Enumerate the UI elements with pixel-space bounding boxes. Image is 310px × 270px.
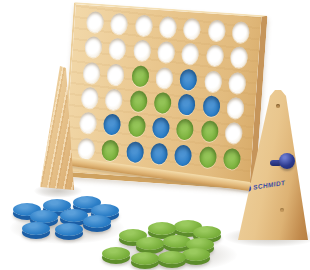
empty-hole <box>106 63 124 85</box>
empty-hole <box>77 137 95 159</box>
empty-hole <box>86 11 104 33</box>
green-disc <box>127 116 145 138</box>
cell-r1c5[interactable] <box>179 15 205 42</box>
green-disc[interactable] <box>158 251 186 264</box>
empty-hole <box>134 15 152 37</box>
cell-r5c5[interactable] <box>172 117 198 144</box>
green-disc <box>176 119 194 141</box>
empty-hole <box>183 18 201 40</box>
release-knob[interactable] <box>270 152 296 172</box>
green-disc[interactable] <box>102 247 130 260</box>
cell-r6c7[interactable] <box>219 145 245 172</box>
cell-r4c7[interactable] <box>223 95 249 122</box>
blue-disc <box>126 141 144 163</box>
empty-hole <box>80 87 98 109</box>
cell-r4c5[interactable] <box>174 91 200 118</box>
cell-r4c6[interactable] <box>198 93 224 120</box>
blue-disc <box>150 143 168 165</box>
cell-r1c4[interactable] <box>155 14 181 41</box>
empty-hole <box>227 97 245 119</box>
green-disc <box>131 65 149 87</box>
cell-r6c3[interactable] <box>122 138 148 165</box>
cell-r4c1[interactable] <box>76 84 102 111</box>
cell-r1c3[interactable] <box>131 12 157 39</box>
empty-hole <box>82 62 100 84</box>
cell-r4c4[interactable] <box>150 90 176 117</box>
empty-hole <box>228 72 246 94</box>
empty-hole <box>133 40 151 62</box>
empty-hole <box>230 47 248 69</box>
connect-four-scene: SCHMIDT <box>0 0 310 270</box>
cell-r2c5[interactable] <box>177 41 203 68</box>
green-disc <box>129 90 147 112</box>
empty-hole <box>207 20 225 42</box>
cell-r6c5[interactable] <box>170 142 196 169</box>
empty-hole <box>225 122 243 144</box>
board-grid <box>73 9 254 173</box>
empty-hole <box>110 13 128 35</box>
cell-r3c5[interactable] <box>176 66 202 93</box>
empty-hole <box>181 43 199 65</box>
empty-hole <box>157 41 175 63</box>
screw-icon <box>276 104 280 108</box>
blue-disc[interactable] <box>83 215 111 228</box>
green-disc[interactable] <box>182 248 210 261</box>
cell-r2c2[interactable] <box>104 36 130 63</box>
empty-hole <box>232 21 250 43</box>
empty-hole <box>159 16 177 38</box>
cell-r3c1[interactable] <box>78 59 104 86</box>
cell-r1c1[interactable] <box>82 9 108 36</box>
cell-r2c7[interactable] <box>226 44 252 71</box>
knob-bulb <box>279 153 295 169</box>
green-disc <box>153 92 171 114</box>
cell-r4c2[interactable] <box>101 86 127 113</box>
cell-r6c4[interactable] <box>146 140 172 167</box>
blue-disc <box>174 144 192 166</box>
cell-r6c2[interactable] <box>97 137 123 164</box>
empty-hole <box>108 38 126 60</box>
cell-r3c4[interactable] <box>151 64 177 91</box>
cell-r3c7[interactable] <box>224 69 250 96</box>
blue-disc <box>103 114 121 136</box>
empty-hole <box>206 45 224 67</box>
green-disc[interactable] <box>131 252 159 265</box>
cell-r3c6[interactable] <box>200 68 226 95</box>
empty-hole <box>105 89 123 111</box>
cell-r1c6[interactable] <box>204 17 230 44</box>
blue-disc <box>152 117 170 139</box>
cell-r5c3[interactable] <box>123 113 149 140</box>
cell-r5c2[interactable] <box>99 111 125 138</box>
cell-r6c6[interactable] <box>195 144 221 171</box>
green-disc <box>101 139 119 161</box>
empty-hole <box>204 70 222 92</box>
cell-r3c3[interactable] <box>127 63 153 90</box>
cell-r2c3[interactable] <box>129 37 155 64</box>
cell-r1c2[interactable] <box>106 10 132 37</box>
cell-r1c7[interactable] <box>228 19 254 46</box>
empty-hole <box>84 36 102 58</box>
blue-disc[interactable] <box>55 223 83 236</box>
cell-r5c4[interactable] <box>148 115 174 142</box>
blue-disc <box>178 94 196 116</box>
green-disc <box>200 121 218 143</box>
green-disc <box>199 146 217 168</box>
empty-hole <box>79 112 97 134</box>
brand-text: SCHMIDT <box>253 179 286 191</box>
screw-icon <box>280 208 284 212</box>
cell-r4c3[interactable] <box>125 88 151 115</box>
blue-disc[interactable] <box>22 222 50 235</box>
cell-r5c1[interactable] <box>75 110 101 137</box>
cell-r5c6[interactable] <box>197 118 223 145</box>
cell-r2c1[interactable] <box>80 34 106 61</box>
cell-r5c7[interactable] <box>221 120 247 147</box>
green-disc[interactable] <box>148 222 176 235</box>
cell-r2c6[interactable] <box>202 42 228 69</box>
empty-hole <box>155 67 173 89</box>
cell-r3c2[interactable] <box>103 61 129 88</box>
cell-r2c4[interactable] <box>153 39 179 66</box>
green-disc[interactable] <box>136 237 164 250</box>
green-disc[interactable] <box>193 226 221 239</box>
blue-disc <box>180 68 198 90</box>
blue-disc <box>202 95 220 117</box>
green-disc <box>223 148 241 170</box>
